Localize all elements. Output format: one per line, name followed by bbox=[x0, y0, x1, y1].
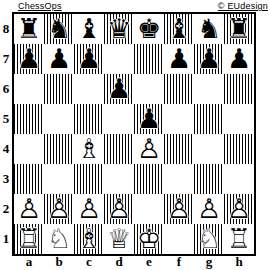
white-queen-d1[interactable]: ♛♕ bbox=[104, 224, 134, 254]
square-b7[interactable]: ♟ bbox=[44, 44, 74, 74]
white-piece-outline: ♔ bbox=[134, 224, 164, 254]
square-d5[interactable] bbox=[104, 104, 134, 134]
white-king-e1[interactable]: ♚♔ bbox=[134, 224, 164, 254]
white-piece-outline: ♙ bbox=[14, 194, 44, 224]
square-g3[interactable] bbox=[194, 164, 224, 194]
file-label-f: f bbox=[164, 255, 194, 269]
square-e8[interactable]: ♚ bbox=[134, 14, 164, 44]
square-e7[interactable] bbox=[134, 44, 164, 74]
white-pawn-a2[interactable]: ♟♙ bbox=[14, 194, 44, 224]
rank-label-8: 8 bbox=[0, 14, 12, 44]
square-c6[interactable] bbox=[74, 74, 104, 104]
square-g4[interactable] bbox=[194, 134, 224, 164]
black-pawn-h7[interactable]: ♟ bbox=[224, 44, 254, 74]
square-f1[interactable] bbox=[164, 224, 194, 254]
square-d1[interactable]: ♛♕ bbox=[104, 224, 134, 254]
square-d7[interactable] bbox=[104, 44, 134, 74]
white-piece-outline: ♙ bbox=[74, 194, 104, 224]
square-h8[interactable]: ♜ bbox=[224, 14, 254, 44]
square-e1[interactable]: ♚♔ bbox=[134, 224, 164, 254]
square-g1[interactable]: ♞♘ bbox=[194, 224, 224, 254]
square-c4[interactable]: ♝♗ bbox=[74, 134, 104, 164]
square-a5[interactable] bbox=[14, 104, 44, 134]
white-pawn-b2[interactable]: ♟♙ bbox=[44, 194, 74, 224]
square-h7[interactable]: ♟ bbox=[224, 44, 254, 74]
square-f2[interactable]: ♟♙ bbox=[164, 194, 194, 224]
rank-label-3: 3 bbox=[0, 164, 12, 194]
black-pawn-a7[interactable]: ♟ bbox=[14, 44, 44, 74]
square-e4[interactable]: ♟♙ bbox=[134, 134, 164, 164]
square-a6[interactable] bbox=[14, 74, 44, 104]
white-piece-outline: ♙ bbox=[44, 194, 74, 224]
square-f5[interactable] bbox=[164, 104, 194, 134]
square-a2[interactable]: ♟♙ bbox=[14, 194, 44, 224]
black-bishop-f8[interactable]: ♝ bbox=[164, 14, 194, 44]
app-title-link[interactable]: ChessOps bbox=[18, 1, 62, 12]
file-label-c: c bbox=[74, 255, 104, 269]
credit-link[interactable]: © EUdesign bbox=[218, 1, 268, 12]
header: ChessOps © EUdesign bbox=[0, 0, 270, 12]
white-knight-g1[interactable]: ♞♘ bbox=[194, 224, 224, 254]
square-d3[interactable] bbox=[104, 164, 134, 194]
square-f4[interactable] bbox=[164, 134, 194, 164]
square-h1[interactable]: ♜♖ bbox=[224, 224, 254, 254]
square-a3[interactable] bbox=[14, 164, 44, 194]
black-rook-a8[interactable]: ♜ bbox=[14, 14, 44, 44]
file-label-g: g bbox=[194, 255, 224, 269]
square-a7[interactable]: ♟ bbox=[14, 44, 44, 74]
black-pawn-c7[interactable]: ♟ bbox=[74, 44, 104, 74]
black-bishop-c8[interactable]: ♝ bbox=[74, 14, 104, 44]
file-labels: abcdefgh bbox=[14, 255, 254, 269]
white-rook-h1[interactable]: ♜♖ bbox=[224, 224, 254, 254]
square-c5[interactable] bbox=[74, 104, 104, 134]
black-knight-b8[interactable]: ♞ bbox=[44, 14, 74, 44]
square-d6[interactable]: ♟ bbox=[104, 74, 134, 104]
square-b3[interactable] bbox=[44, 164, 74, 194]
square-g2[interactable]: ♟♙ bbox=[194, 194, 224, 224]
white-pawn-f2[interactable]: ♟♙ bbox=[164, 194, 194, 224]
square-g5[interactable] bbox=[194, 104, 224, 134]
file-label-b: b bbox=[44, 255, 74, 269]
rank-label-6: 6 bbox=[0, 74, 12, 104]
black-king-e8[interactable]: ♚ bbox=[134, 14, 164, 44]
square-g6[interactable] bbox=[194, 74, 224, 104]
square-b2[interactable]: ♟♙ bbox=[44, 194, 74, 224]
black-pawn-d6[interactable]: ♟ bbox=[104, 74, 134, 104]
square-h5[interactable] bbox=[224, 104, 254, 134]
square-e2[interactable] bbox=[134, 194, 164, 224]
square-h6[interactable] bbox=[224, 74, 254, 104]
white-piece-outline: ♘ bbox=[194, 224, 224, 254]
white-piece-outline: ♙ bbox=[164, 194, 194, 224]
square-h3[interactable] bbox=[224, 164, 254, 194]
square-b1[interactable]: ♞♘ bbox=[44, 224, 74, 254]
white-rook-a1[interactable]: ♜♖ bbox=[14, 224, 44, 254]
rank-label-5: 5 bbox=[0, 104, 12, 134]
square-a1[interactable]: ♜♖ bbox=[14, 224, 44, 254]
white-piece-outline: ♕ bbox=[104, 224, 134, 254]
white-piece-outline: ♗ bbox=[74, 224, 104, 254]
square-b5[interactable] bbox=[44, 104, 74, 134]
square-b6[interactable] bbox=[44, 74, 74, 104]
black-pawn-f7[interactable]: ♟ bbox=[164, 44, 194, 74]
file-label-e: e bbox=[134, 255, 164, 269]
square-c8[interactable]: ♝ bbox=[74, 14, 104, 44]
white-pawn-h2[interactable]: ♟♙ bbox=[224, 194, 254, 224]
white-knight-b1[interactable]: ♞♘ bbox=[44, 224, 74, 254]
white-piece-outline: ♙ bbox=[194, 194, 224, 224]
square-c2[interactable]: ♟♙ bbox=[74, 194, 104, 224]
black-pawn-e5[interactable]: ♟ bbox=[134, 104, 164, 134]
square-b8[interactable]: ♞ bbox=[44, 14, 74, 44]
square-b4[interactable] bbox=[44, 134, 74, 164]
white-bishop-c4[interactable]: ♝♗ bbox=[74, 134, 104, 164]
square-e3[interactable] bbox=[134, 164, 164, 194]
white-piece-outline: ♖ bbox=[14, 224, 44, 254]
rank-label-1: 1 bbox=[0, 224, 12, 254]
chess-board: ♜♞♝♛♚♝♞♜♟♟♟♟♟♟♟♟♝♗♟♙♟♙♟♙♟♙♟♙♟♙♟♙♟♙♜♖♞♘♝♗… bbox=[12, 12, 256, 256]
white-piece-outline: ♙ bbox=[104, 194, 134, 224]
square-g7[interactable]: ♟ bbox=[194, 44, 224, 74]
square-a8[interactable]: ♜ bbox=[14, 14, 44, 44]
white-bishop-c1[interactable]: ♝♗ bbox=[74, 224, 104, 254]
square-f3[interactable] bbox=[164, 164, 194, 194]
square-f6[interactable] bbox=[164, 74, 194, 104]
square-f8[interactable]: ♝ bbox=[164, 14, 194, 44]
square-c1[interactable]: ♝♗ bbox=[74, 224, 104, 254]
square-f7[interactable]: ♟ bbox=[164, 44, 194, 74]
square-c3[interactable] bbox=[74, 164, 104, 194]
rank-labels: 87654321 bbox=[0, 14, 12, 254]
rank-label-7: 7 bbox=[0, 44, 12, 74]
file-label-d: d bbox=[104, 255, 134, 269]
black-rook-h8[interactable]: ♜ bbox=[224, 14, 254, 44]
square-d2[interactable]: ♟♙ bbox=[104, 194, 134, 224]
board-grid: ♜♞♝♛♚♝♞♜♟♟♟♟♟♟♟♟♝♗♟♙♟♙♟♙♟♙♟♙♟♙♟♙♟♙♜♖♞♘♝♗… bbox=[14, 14, 254, 254]
white-piece-outline: ♖ bbox=[224, 224, 254, 254]
square-d8[interactable]: ♛ bbox=[104, 14, 134, 44]
white-piece-outline: ♘ bbox=[44, 224, 74, 254]
file-label-a: a bbox=[14, 255, 44, 269]
black-knight-g8[interactable]: ♞ bbox=[194, 14, 224, 44]
file-label-h: h bbox=[224, 255, 254, 269]
square-h2[interactable]: ♟♙ bbox=[224, 194, 254, 224]
white-pawn-g2[interactable]: ♟♙ bbox=[194, 194, 224, 224]
white-pawn-d2[interactable]: ♟♙ bbox=[104, 194, 134, 224]
black-queen-d8[interactable]: ♛ bbox=[104, 14, 134, 44]
black-pawn-g7[interactable]: ♟ bbox=[194, 44, 224, 74]
chessops-screen: ChessOps © EUdesign 87654321 ♜♞♝♛♚♝♞♜♟♟♟… bbox=[0, 0, 270, 270]
rank-label-4: 4 bbox=[0, 134, 12, 164]
rank-label-2: 2 bbox=[0, 194, 12, 224]
square-h4[interactable] bbox=[224, 134, 254, 164]
square-e6[interactable] bbox=[134, 74, 164, 104]
white-pawn-c2[interactable]: ♟♙ bbox=[74, 194, 104, 224]
square-a4[interactable] bbox=[14, 134, 44, 164]
white-piece-outline: ♙ bbox=[134, 134, 164, 164]
square-e5[interactable]: ♟ bbox=[134, 104, 164, 134]
square-g8[interactable]: ♞ bbox=[194, 14, 224, 44]
black-pawn-b7[interactable]: ♟ bbox=[44, 44, 74, 74]
white-piece-outline: ♙ bbox=[224, 194, 254, 224]
white-piece-outline: ♗ bbox=[74, 134, 104, 164]
square-d4[interactable] bbox=[104, 134, 134, 164]
square-c7[interactable]: ♟ bbox=[74, 44, 104, 74]
white-pawn-e4[interactable]: ♟♙ bbox=[134, 134, 164, 164]
